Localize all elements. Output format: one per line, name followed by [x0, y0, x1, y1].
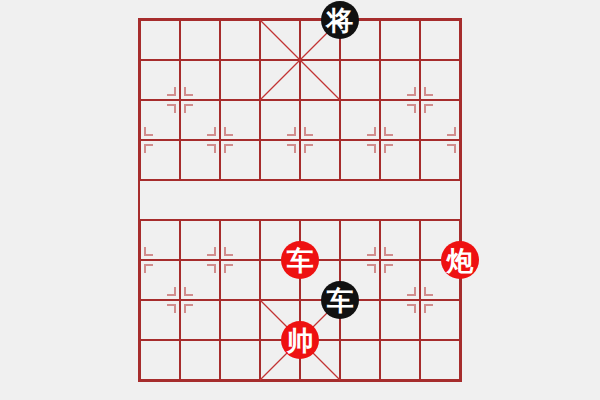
board-cell — [420, 140, 460, 180]
board-cell — [140, 100, 180, 140]
board-cell — [380, 220, 420, 260]
board-cell — [140, 140, 180, 180]
piece-red-general[interactable]: 帅 — [281, 321, 319, 359]
board-cell — [180, 20, 220, 60]
board-cell — [420, 60, 460, 100]
board-cell — [180, 220, 220, 260]
board-cell — [380, 60, 420, 100]
board-cell — [180, 100, 220, 140]
board-cell — [340, 140, 380, 180]
board-cell — [220, 20, 260, 60]
board-cell — [380, 20, 420, 60]
board-cell — [260, 20, 300, 60]
board-cell — [220, 60, 260, 100]
board-cell — [180, 60, 220, 100]
board-cell — [340, 100, 380, 140]
board-cell — [220, 340, 260, 380]
board-cell — [340, 340, 380, 380]
board-cell — [140, 220, 180, 260]
piece-black-general[interactable]: 将 — [321, 1, 359, 39]
board-cell — [140, 60, 180, 100]
board-cell — [140, 300, 180, 340]
board-cell — [380, 340, 420, 380]
board-cell — [340, 60, 380, 100]
board-cell — [180, 260, 220, 300]
piece-black-chariot[interactable]: 车 — [321, 281, 359, 319]
board-cell — [340, 220, 380, 260]
board-cell — [380, 260, 420, 300]
board-cell — [420, 100, 460, 140]
river — [140, 180, 460, 220]
board-cell — [260, 100, 300, 140]
board-cell — [220, 260, 260, 300]
board-cell — [180, 300, 220, 340]
board-cell — [140, 260, 180, 300]
board-cell — [220, 300, 260, 340]
board-cell — [220, 220, 260, 260]
board-cell — [260, 60, 300, 100]
piece-red-chariot[interactable]: 车 — [281, 241, 319, 279]
board-cell — [380, 300, 420, 340]
board-cell — [180, 140, 220, 180]
board-cell — [300, 100, 340, 140]
board-cell — [380, 100, 420, 140]
board-cell — [420, 20, 460, 60]
board-cell — [300, 60, 340, 100]
board-cell — [260, 140, 300, 180]
board-cell — [180, 340, 220, 380]
board-cell — [220, 140, 260, 180]
piece-red-cannon[interactable]: 炮 — [441, 241, 479, 279]
board-cell — [300, 140, 340, 180]
board-cell — [420, 340, 460, 380]
board-cell — [220, 100, 260, 140]
board-cell — [420, 300, 460, 340]
board-background: 将车炮车帅 — [0, 0, 600, 400]
board-cell — [140, 20, 180, 60]
board-cell — [140, 340, 180, 380]
board-cell — [380, 140, 420, 180]
